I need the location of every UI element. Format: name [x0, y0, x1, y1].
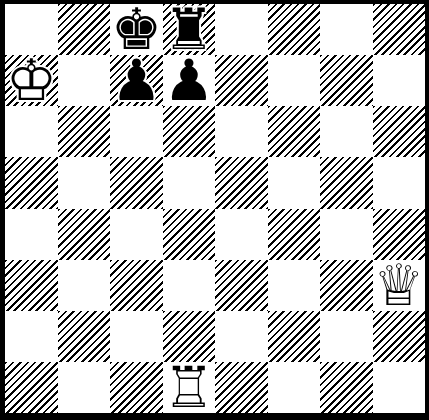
square-b3[interactable]: [58, 260, 111, 311]
square-b7[interactable]: [58, 55, 111, 106]
square-a4[interactable]: [5, 209, 58, 260]
square-d4[interactable]: [163, 209, 216, 260]
square-h2[interactable]: [373, 311, 426, 362]
square-g1[interactable]: [320, 362, 373, 413]
square-e3[interactable]: [215, 260, 268, 311]
square-d3[interactable]: [163, 260, 216, 311]
square-c5[interactable]: [110, 157, 163, 208]
white-king-icon: ♔: [5, 55, 58, 106]
black-rook-icon: ♜: [163, 4, 216, 55]
black-pawn-icon: ♟: [110, 55, 163, 106]
square-g2[interactable]: [320, 311, 373, 362]
square-e1[interactable]: [215, 362, 268, 413]
square-c7[interactable]: ♟♟: [110, 55, 163, 106]
square-f3[interactable]: [268, 260, 321, 311]
square-h6[interactable]: [373, 106, 426, 157]
square-h1[interactable]: [373, 362, 426, 413]
square-c6[interactable]: [110, 106, 163, 157]
square-a3[interactable]: [5, 260, 58, 311]
square-e4[interactable]: [215, 209, 268, 260]
square-d6[interactable]: [163, 106, 216, 157]
square-f1[interactable]: [268, 362, 321, 413]
square-b4[interactable]: [58, 209, 111, 260]
white-king-a7[interactable]: ♚♔: [5, 55, 58, 106]
square-g8[interactable]: [320, 4, 373, 55]
square-g5[interactable]: [320, 157, 373, 208]
square-a5[interactable]: [5, 157, 58, 208]
square-f5[interactable]: [268, 157, 321, 208]
square-c3[interactable]: [110, 260, 163, 311]
black-pawn-d7[interactable]: ♟♟: [163, 55, 216, 106]
square-a1[interactable]: [5, 362, 58, 413]
white-queen-icon-backing: ♛: [373, 260, 426, 311]
black-rook-icon-backing: ♜: [163, 4, 216, 55]
square-h3[interactable]: ♛♕: [373, 260, 426, 311]
chess-diagram-frame: ♚♚♜♜♚♔♟♟♟♟♛♕♜♖: [0, 0, 429, 420]
square-f7[interactable]: [268, 55, 321, 106]
black-king-c8[interactable]: ♚♚: [110, 4, 163, 55]
square-e8[interactable]: [215, 4, 268, 55]
square-f8[interactable]: [268, 4, 321, 55]
square-a8[interactable]: [5, 4, 58, 55]
square-d5[interactable]: [163, 157, 216, 208]
black-king-icon-backing: ♚: [110, 4, 163, 55]
square-b1[interactable]: [58, 362, 111, 413]
white-king-icon-backing: ♚: [5, 55, 58, 106]
square-a7[interactable]: ♚♔: [5, 55, 58, 106]
square-e5[interactable]: [215, 157, 268, 208]
square-g3[interactable]: [320, 260, 373, 311]
square-d7[interactable]: ♟♟: [163, 55, 216, 106]
square-e2[interactable]: [215, 311, 268, 362]
square-e7[interactable]: [215, 55, 268, 106]
square-d1[interactable]: ♜♖: [163, 362, 216, 413]
white-rook-icon: ♖: [163, 362, 216, 413]
square-b8[interactable]: [58, 4, 111, 55]
square-d8[interactable]: ♜♜: [163, 4, 216, 55]
square-h4[interactable]: [373, 209, 426, 260]
square-g6[interactable]: [320, 106, 373, 157]
square-f4[interactable]: [268, 209, 321, 260]
black-king-icon: ♚: [110, 4, 163, 55]
square-a6[interactable]: [5, 106, 58, 157]
square-e6[interactable]: [215, 106, 268, 157]
black-pawn-icon-backing: ♟: [163, 55, 216, 106]
square-b6[interactable]: [58, 106, 111, 157]
square-f2[interactable]: [268, 311, 321, 362]
square-c8[interactable]: ♚♚: [110, 4, 163, 55]
square-b2[interactable]: [58, 311, 111, 362]
square-c2[interactable]: [110, 311, 163, 362]
square-h7[interactable]: [373, 55, 426, 106]
square-h5[interactable]: [373, 157, 426, 208]
black-rook-d8[interactable]: ♜♜: [163, 4, 216, 55]
square-f6[interactable]: [268, 106, 321, 157]
white-rook-d1[interactable]: ♜♖: [163, 362, 216, 413]
white-rook-icon-backing: ♜: [163, 362, 216, 413]
black-pawn-c7[interactable]: ♟♟: [110, 55, 163, 106]
black-pawn-icon: ♟: [163, 55, 216, 106]
square-a2[interactable]: [5, 311, 58, 362]
square-g7[interactable]: [320, 55, 373, 106]
white-queen-h3[interactable]: ♛♕: [373, 260, 426, 311]
square-b5[interactable]: [58, 157, 111, 208]
square-c4[interactable]: [110, 209, 163, 260]
square-h8[interactable]: [373, 4, 426, 55]
black-pawn-icon-backing: ♟: [110, 55, 163, 106]
square-g4[interactable]: [320, 209, 373, 260]
chess-board: ♚♚♜♜♚♔♟♟♟♟♛♕♜♖: [5, 4, 425, 413]
white-queen-icon: ♕: [373, 260, 426, 311]
square-d2[interactable]: [163, 311, 216, 362]
square-c1[interactable]: [110, 362, 163, 413]
